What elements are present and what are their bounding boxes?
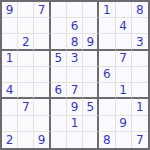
cell-r8c5-given[interactable]: 1	[67, 116, 83, 132]
cell-r4c8-given[interactable]: 7	[116, 51, 132, 67]
cell-r4c6-empty[interactable]	[83, 51, 99, 67]
cell-r5c4-empty[interactable]	[51, 67, 67, 83]
cell-r3c6-given[interactable]: 9	[83, 34, 99, 50]
cell-r6c1-given[interactable]: 4	[2, 83, 18, 99]
cell-r5c3-empty[interactable]	[34, 67, 50, 83]
cell-r5c7-given[interactable]: 6	[99, 67, 115, 83]
cell-r1c3-given[interactable]: 7	[34, 2, 50, 18]
cell-r9c4-empty[interactable]	[51, 132, 67, 148]
cell-r7c8-empty[interactable]	[116, 99, 132, 115]
cell-r8c3-empty[interactable]	[34, 116, 50, 132]
cell-r4c9-empty[interactable]	[132, 51, 148, 67]
cell-r2c9-empty[interactable]	[132, 18, 148, 34]
cell-r7c5-given[interactable]: 9	[67, 99, 83, 115]
sudoku-board: 97186428931537646717951192987	[0, 0, 150, 150]
cell-r1c4-empty[interactable]	[51, 2, 67, 18]
cell-r2c5-given[interactable]: 6	[67, 18, 83, 34]
cell-r7c9-given[interactable]: 1	[132, 99, 148, 115]
cell-r1c6-empty[interactable]	[83, 2, 99, 18]
cell-r2c4-empty[interactable]	[51, 18, 67, 34]
cell-r4c3-empty[interactable]	[34, 51, 50, 67]
cell-r4c7-empty[interactable]	[99, 51, 115, 67]
cell-r8c1-empty[interactable]	[2, 116, 18, 132]
cell-r7c1-empty[interactable]	[2, 99, 18, 115]
cell-r5c5-empty[interactable]	[67, 67, 83, 83]
cell-r8c6-empty[interactable]	[83, 116, 99, 132]
cell-r4c4-given[interactable]: 5	[51, 51, 67, 67]
cell-r8c9-empty[interactable]	[132, 116, 148, 132]
cell-r7c6-given[interactable]: 5	[83, 99, 99, 115]
cell-r9c9-given[interactable]: 7	[132, 132, 148, 148]
cell-r8c8-given[interactable]: 9	[116, 116, 132, 132]
cell-r4c5-given[interactable]: 3	[67, 51, 83, 67]
cell-r5c8-empty[interactable]	[116, 67, 132, 83]
cell-r3c3-empty[interactable]	[34, 34, 50, 50]
cell-r6c4-given[interactable]: 6	[51, 83, 67, 99]
cell-r6c3-empty[interactable]	[34, 83, 50, 99]
cell-r2c6-empty[interactable]	[83, 18, 99, 34]
cell-r2c1-empty[interactable]	[2, 18, 18, 34]
cell-r7c4-empty[interactable]	[51, 99, 67, 115]
cell-r7c2-given[interactable]: 7	[18, 99, 34, 115]
cell-r4c2-empty[interactable]	[18, 51, 34, 67]
cell-r4c1-given[interactable]: 1	[2, 51, 18, 67]
cell-r9c2-empty[interactable]	[18, 132, 34, 148]
cell-r5c1-empty[interactable]	[2, 67, 18, 83]
cell-r9c6-empty[interactable]	[83, 132, 99, 148]
cell-r3c7-empty[interactable]	[99, 34, 115, 50]
cell-r1c7-given[interactable]: 1	[99, 2, 115, 18]
cell-r8c2-empty[interactable]	[18, 116, 34, 132]
cell-r8c4-empty[interactable]	[51, 116, 67, 132]
cell-r3c8-empty[interactable]	[116, 34, 132, 50]
cell-r1c8-empty[interactable]	[116, 2, 132, 18]
cell-r3c9-given[interactable]: 3	[132, 34, 148, 50]
cell-r2c8-given[interactable]: 4	[116, 18, 132, 34]
cell-r5c2-empty[interactable]	[18, 67, 34, 83]
cell-r1c5-empty[interactable]	[67, 2, 83, 18]
cell-r7c7-empty[interactable]	[99, 99, 115, 115]
cell-r9c3-given[interactable]: 9	[34, 132, 50, 148]
cell-r3c4-empty[interactable]	[51, 34, 67, 50]
cell-r3c2-given[interactable]: 2	[18, 34, 34, 50]
cell-r9c7-given[interactable]: 8	[99, 132, 115, 148]
cell-r6c6-empty[interactable]	[83, 83, 99, 99]
cell-r6c8-given[interactable]: 1	[116, 83, 132, 99]
cell-r9c5-empty[interactable]	[67, 132, 83, 148]
cell-r2c3-empty[interactable]	[34, 18, 50, 34]
cell-r6c9-empty[interactable]	[132, 83, 148, 99]
cell-r6c2-empty[interactable]	[18, 83, 34, 99]
cell-r6c5-given[interactable]: 7	[67, 83, 83, 99]
cell-r2c2-empty[interactable]	[18, 18, 34, 34]
cell-r2c7-empty[interactable]	[99, 18, 115, 34]
cell-r3c5-given[interactable]: 8	[67, 34, 83, 50]
cell-r1c1-given[interactable]: 9	[2, 2, 18, 18]
cell-r1c9-given[interactable]: 8	[132, 2, 148, 18]
cell-r9c1-given[interactable]: 2	[2, 132, 18, 148]
cell-r1c2-empty[interactable]	[18, 2, 34, 18]
cell-r6c7-empty[interactable]	[99, 83, 115, 99]
cell-r9c8-empty[interactable]	[116, 132, 132, 148]
cell-r3c1-empty[interactable]	[2, 34, 18, 50]
cell-r5c6-empty[interactable]	[83, 67, 99, 83]
cell-r5c9-empty[interactable]	[132, 67, 148, 83]
cell-r7c3-empty[interactable]	[34, 99, 50, 115]
cell-r8c7-empty[interactable]	[99, 116, 115, 132]
